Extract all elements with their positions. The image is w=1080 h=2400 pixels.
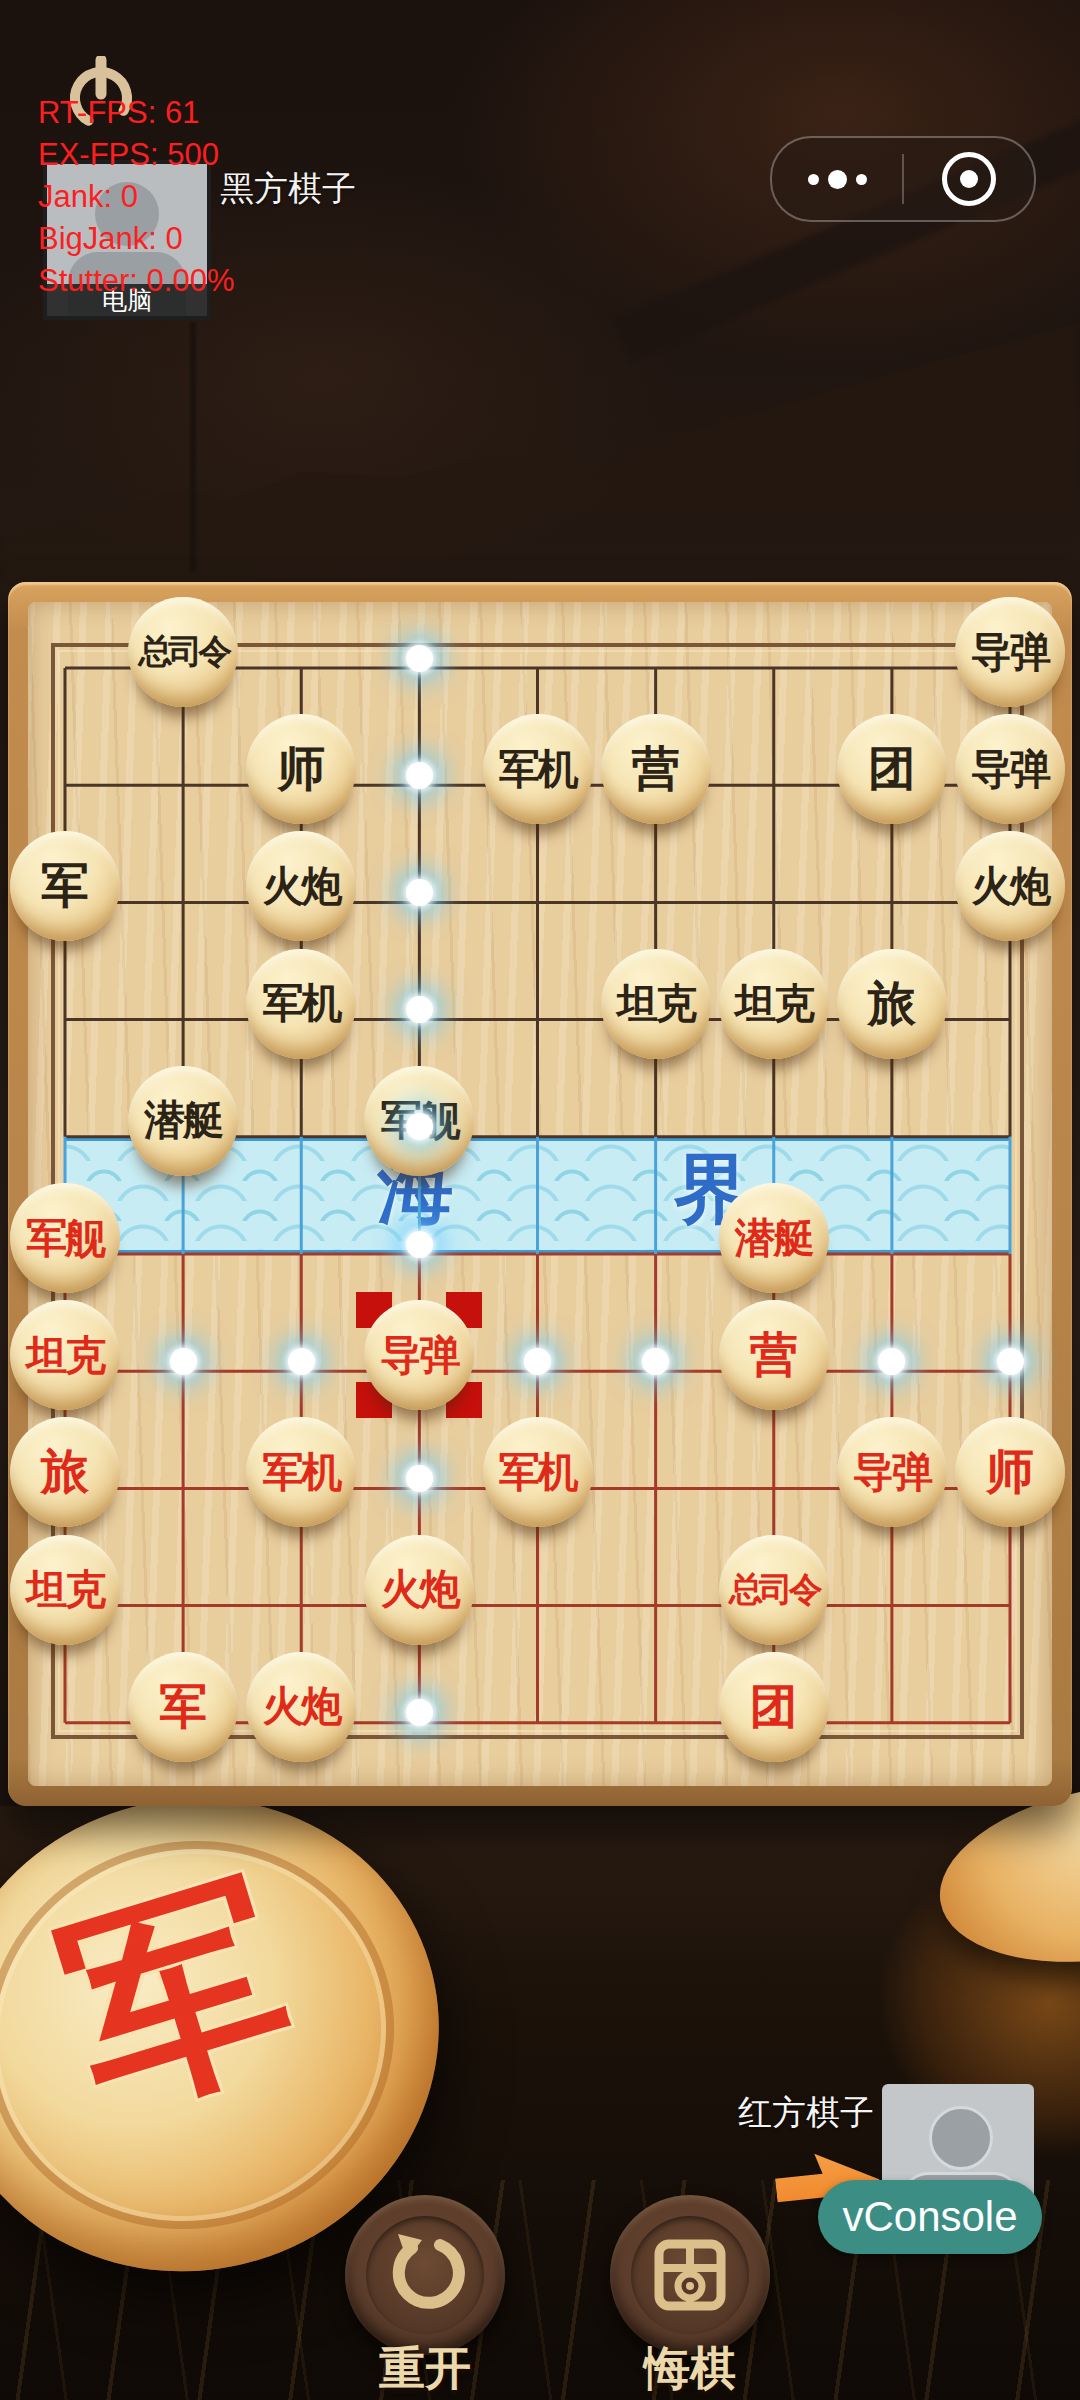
red-piece-旅[interactable]: 旅 <box>10 1417 120 1527</box>
undo-icon <box>631 2216 749 2334</box>
more-menu-button[interactable] <box>772 170 902 189</box>
avatar-head-icon <box>929 2106 993 2170</box>
stat-stutter: Stutter: 0.00% <box>38 260 234 302</box>
black-piece-导弹[interactable]: 导弹 <box>955 714 1065 824</box>
stat-rt-fps: RT-FPS: 61 <box>38 92 234 134</box>
target-circle-icon <box>942 152 996 206</box>
red-piece-军机[interactable]: 军机 <box>246 1417 356 1527</box>
move-hint-dot[interactable] <box>406 1113 433 1140</box>
exit-miniprogram-button[interactable] <box>904 152 1034 206</box>
black-piece-团[interactable]: 团 <box>837 714 947 824</box>
black-piece-坦克[interactable]: 坦克 <box>601 949 711 1059</box>
red-piece-军舰[interactable]: 军舰 <box>10 1183 120 1293</box>
move-hint-dot[interactable] <box>642 1348 669 1375</box>
red-piece-团[interactable]: 团 <box>719 1652 829 1762</box>
red-piece-导弹[interactable]: 导弹 <box>364 1300 474 1410</box>
restart-label: 重开 <box>315 2338 535 2400</box>
black-piece-军[interactable]: 军 <box>10 831 120 941</box>
wechat-capsule <box>770 136 1036 222</box>
red-piece-军[interactable]: 军 <box>128 1652 238 1762</box>
red-piece-坦克[interactable]: 坦克 <box>10 1535 120 1645</box>
move-hint-dot[interactable] <box>406 1231 433 1258</box>
red-piece-导弹[interactable]: 导弹 <box>837 1417 947 1527</box>
move-hint-dot[interactable] <box>406 1465 433 1492</box>
move-hint-dot[interactable] <box>288 1348 315 1375</box>
red-piece-营[interactable]: 营 <box>719 1300 829 1410</box>
black-piece-潜艇[interactable]: 潜艇 <box>128 1066 238 1176</box>
red-piece-火炮[interactable]: 火炮 <box>246 1652 356 1762</box>
red-piece-火炮[interactable]: 火炮 <box>364 1535 474 1645</box>
stat-bigjank: BigJank: 0 <box>38 218 234 260</box>
more-dot-icon <box>856 174 867 185</box>
black-player-label: 黑方棋子 <box>220 166 356 212</box>
move-hint-dot[interactable] <box>406 762 433 789</box>
performance-stats: RT-FPS: 61 EX-FPS: 500 Jank: 0 BigJank: … <box>38 92 234 302</box>
black-piece-师[interactable]: 师 <box>246 714 356 824</box>
red-piece-师[interactable]: 师 <box>955 1417 1065 1527</box>
more-dot-icon <box>828 170 847 189</box>
move-hint-dot[interactable] <box>406 645 433 672</box>
red-piece-军机[interactable]: 军机 <box>483 1417 593 1527</box>
stat-jank: Jank: 0 <box>38 176 234 218</box>
move-hint-dot[interactable] <box>406 1699 433 1726</box>
battleship-mast <box>190 322 196 572</box>
black-piece-总司令[interactable]: 总司令 <box>128 597 238 707</box>
black-piece-军机[interactable]: 军机 <box>246 949 356 1059</box>
black-piece-火炮[interactable]: 火炮 <box>246 831 356 941</box>
red-piece-总司令[interactable]: 总司令 <box>719 1535 829 1645</box>
black-piece-旅[interactable]: 旅 <box>837 949 947 1059</box>
move-hint-dot[interactable] <box>170 1348 197 1375</box>
move-hint-dot[interactable] <box>997 1348 1024 1375</box>
restart-button[interactable] <box>345 2195 505 2355</box>
restart-icon <box>366 2216 484 2334</box>
red-piece-潜艇[interactable]: 潜艇 <box>719 1183 829 1293</box>
move-hint-dot[interactable] <box>406 879 433 906</box>
jun-glyph: 军 <box>34 1829 324 2169</box>
stat-ex-fps: EX-FPS: 500 <box>38 134 234 176</box>
black-piece-火炮[interactable]: 火炮 <box>955 831 1065 941</box>
move-hint-dot[interactable] <box>406 996 433 1023</box>
game-screen: 军 RT-FPS: 61 EX-FPS: 500 Jank: 0 BigJank… <box>0 0 1080 2400</box>
black-piece-营[interactable]: 营 <box>601 714 711 824</box>
move-hint-dot[interactable] <box>878 1348 905 1375</box>
vconsole-button[interactable]: vConsole <box>818 2180 1042 2254</box>
red-piece-坦克[interactable]: 坦克 <box>10 1300 120 1410</box>
black-piece-坦克[interactable]: 坦克 <box>719 949 829 1059</box>
undo-button[interactable] <box>610 2195 770 2355</box>
black-piece-军机[interactable]: 军机 <box>483 714 593 824</box>
red-player-label: 红方棋子 <box>738 2090 874 2136</box>
more-dot-icon <box>808 174 819 185</box>
undo-label: 悔棋 <box>580 2338 800 2400</box>
move-hint-dot[interactable] <box>524 1348 551 1375</box>
black-piece-导弹[interactable]: 导弹 <box>955 597 1065 707</box>
